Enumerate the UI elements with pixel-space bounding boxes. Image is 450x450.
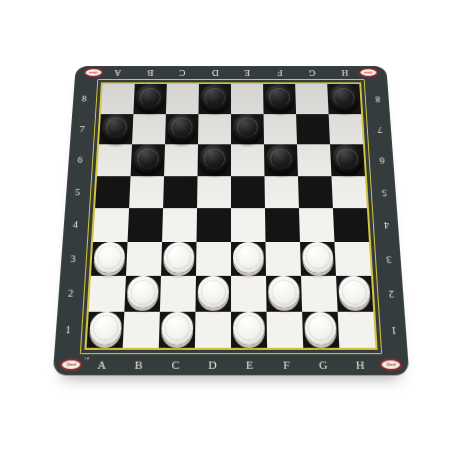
black-piece-b8 (135, 84, 165, 111)
file-label-a-top: A (101, 67, 134, 78)
square-d6 (198, 144, 231, 175)
square-h5 (331, 176, 366, 208)
square-h7 (329, 114, 363, 145)
playing-area (84, 82, 377, 350)
rank-label-6-left: 6 (71, 144, 88, 175)
square-h1 (338, 311, 376, 348)
rank-label-8-left: 8 (76, 84, 92, 114)
white-piece-d2 (197, 276, 229, 308)
square-b1 (123, 311, 160, 348)
rank-label-4-left: 4 (67, 208, 84, 241)
white-piece-e3 (233, 242, 264, 273)
square-a5 (95, 176, 130, 208)
black-piece-c7 (167, 114, 197, 141)
square-g3 (300, 241, 336, 275)
rank-label-6-right: 6 (374, 144, 391, 175)
brand-logo-bottom-left: Quest (59, 358, 82, 371)
rank-label-1-right: 1 (385, 311, 403, 348)
square-h6 (330, 144, 365, 175)
rank-label-4-right: 4 (378, 208, 395, 241)
black-piece-b6 (132, 145, 163, 173)
brand-logo-top-right: Quest (358, 68, 378, 78)
square-e3 (231, 241, 266, 275)
square-f1 (267, 311, 304, 348)
square-h4 (333, 208, 369, 241)
square-a1 (87, 311, 125, 348)
square-d1 (195, 311, 231, 348)
square-f2 (266, 276, 302, 311)
trademark-symbol: ™ (84, 356, 90, 362)
square-e7 (231, 114, 264, 145)
square-a2 (89, 276, 126, 311)
rank-label-8-right: 8 (370, 84, 386, 114)
square-c4 (162, 208, 197, 241)
rank-label-2-left: 2 (62, 276, 80, 311)
file-label-e-bottom: E (231, 357, 268, 372)
file-label-c-top: C (166, 67, 199, 78)
square-c3 (161, 241, 197, 275)
brand-logo-bottom-right: Quest (379, 358, 402, 371)
black-piece-h6 (332, 145, 363, 173)
square-a4 (93, 208, 129, 241)
white-piece-a3 (93, 242, 126, 273)
file-labels-top: ABCDEFGH (101, 67, 361, 78)
square-e1 (231, 311, 267, 348)
square-f7 (264, 114, 297, 145)
square-a7 (99, 114, 133, 145)
file-label-b-bottom: B (120, 357, 157, 372)
black-piece-d8 (200, 84, 229, 111)
square-d2 (195, 276, 231, 311)
black-piece-e7 (233, 114, 263, 141)
rank-label-1-left: 1 (59, 311, 77, 348)
file-label-e-top: E (231, 67, 263, 78)
white-piece-a1 (89, 312, 123, 345)
white-piece-c1 (161, 312, 194, 345)
square-c1 (159, 311, 196, 348)
square-b6 (131, 144, 165, 175)
square-g6 (297, 144, 331, 175)
square-h2 (336, 276, 373, 311)
square-b3 (126, 241, 162, 275)
black-piece-a7 (101, 114, 132, 141)
rank-label-5-left: 5 (69, 176, 86, 208)
square-f3 (265, 241, 301, 275)
square-a6 (97, 144, 132, 175)
checkers-board: Quest Quest Quest Quest ™ ABCDEFGH ABCDE… (53, 66, 410, 375)
white-piece-f2 (268, 276, 300, 308)
square-b8 (133, 84, 166, 114)
rank-label-7-right: 7 (372, 114, 389, 145)
square-c7 (165, 114, 198, 145)
square-g7 (296, 114, 330, 145)
brand-logo-text: Quest (89, 71, 98, 74)
square-g8 (295, 84, 328, 114)
white-piece-c3 (163, 242, 195, 273)
board-frame (80, 79, 382, 354)
square-d3 (196, 241, 231, 275)
black-piece-f6 (266, 145, 297, 173)
rank-label-2-right: 2 (382, 276, 400, 311)
black-piece-h8 (329, 84, 359, 111)
file-labels-bottom: ABCDEFGH (83, 357, 379, 372)
rank-label-5-right: 5 (376, 176, 393, 208)
file-label-d-top: D (199, 67, 231, 78)
square-f6 (264, 144, 298, 175)
square-f4 (265, 208, 300, 241)
file-label-c-bottom: C (157, 357, 194, 372)
file-label-f-bottom: F (268, 357, 305, 372)
black-piece-d6 (199, 145, 229, 173)
square-b4 (128, 208, 163, 241)
brand-logo-text: Quest (66, 362, 76, 366)
square-g5 (298, 176, 333, 208)
white-piece-g3 (302, 242, 334, 273)
white-piece-e1 (233, 312, 265, 345)
file-label-h-top: H (328, 67, 361, 78)
square-g4 (299, 208, 334, 241)
rank-label-3-left: 3 (64, 241, 82, 275)
square-g2 (301, 276, 338, 311)
rank-label-3-right: 3 (380, 241, 398, 275)
file-label-g-bottom: G (305, 357, 342, 372)
white-piece-g1 (304, 312, 337, 345)
square-c6 (164, 144, 198, 175)
square-e6 (231, 144, 264, 175)
square-f8 (263, 84, 296, 114)
square-a8 (101, 84, 135, 114)
square-c8 (166, 84, 199, 114)
file-label-h-bottom: H (341, 357, 379, 372)
square-g1 (302, 311, 339, 348)
square-a3 (91, 241, 128, 275)
square-f5 (264, 176, 298, 208)
square-b5 (129, 176, 164, 208)
file-label-f-top: F (263, 67, 296, 78)
square-e2 (231, 276, 267, 311)
file-label-b-top: B (134, 67, 167, 78)
square-c2 (160, 276, 196, 311)
square-d4 (197, 208, 231, 241)
black-piece-f8 (265, 84, 295, 111)
square-e5 (231, 176, 265, 208)
file-label-g-top: G (296, 67, 329, 78)
file-label-d-bottom: D (194, 357, 231, 372)
square-e8 (231, 84, 264, 114)
square-b2 (124, 276, 161, 311)
product-photo: Quest Quest Quest Quest ™ ABCDEFGH ABCDE… (0, 0, 450, 450)
rank-label-7-left: 7 (74, 114, 91, 145)
white-piece-b2 (126, 276, 159, 308)
brand-logo-text: Quest (386, 362, 396, 366)
square-d5 (197, 176, 231, 208)
square-c5 (163, 176, 197, 208)
square-e4 (231, 208, 265, 241)
square-b7 (132, 114, 166, 145)
brand-logo-text: Quest (364, 71, 373, 74)
square-d7 (198, 114, 231, 145)
square-h3 (334, 241, 371, 275)
white-piece-h2 (338, 276, 371, 308)
square-d8 (198, 84, 231, 114)
square-h8 (327, 84, 361, 114)
